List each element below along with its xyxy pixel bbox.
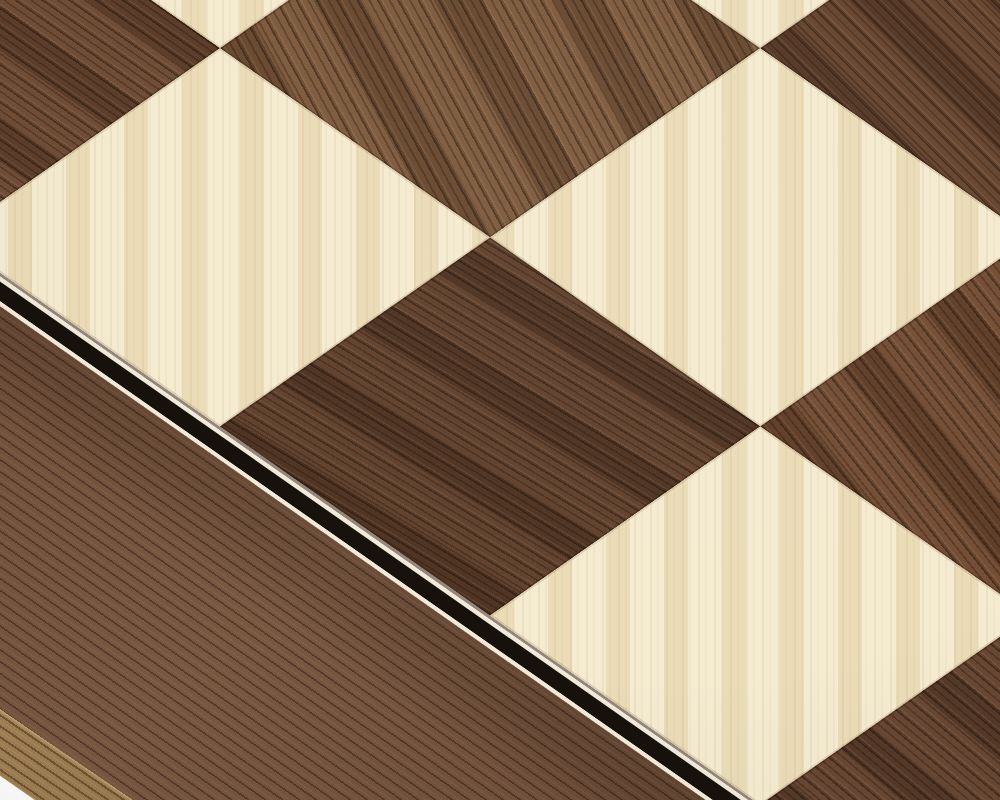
chess-board <box>0 0 1000 800</box>
chessboard-photo <box>0 0 1000 800</box>
